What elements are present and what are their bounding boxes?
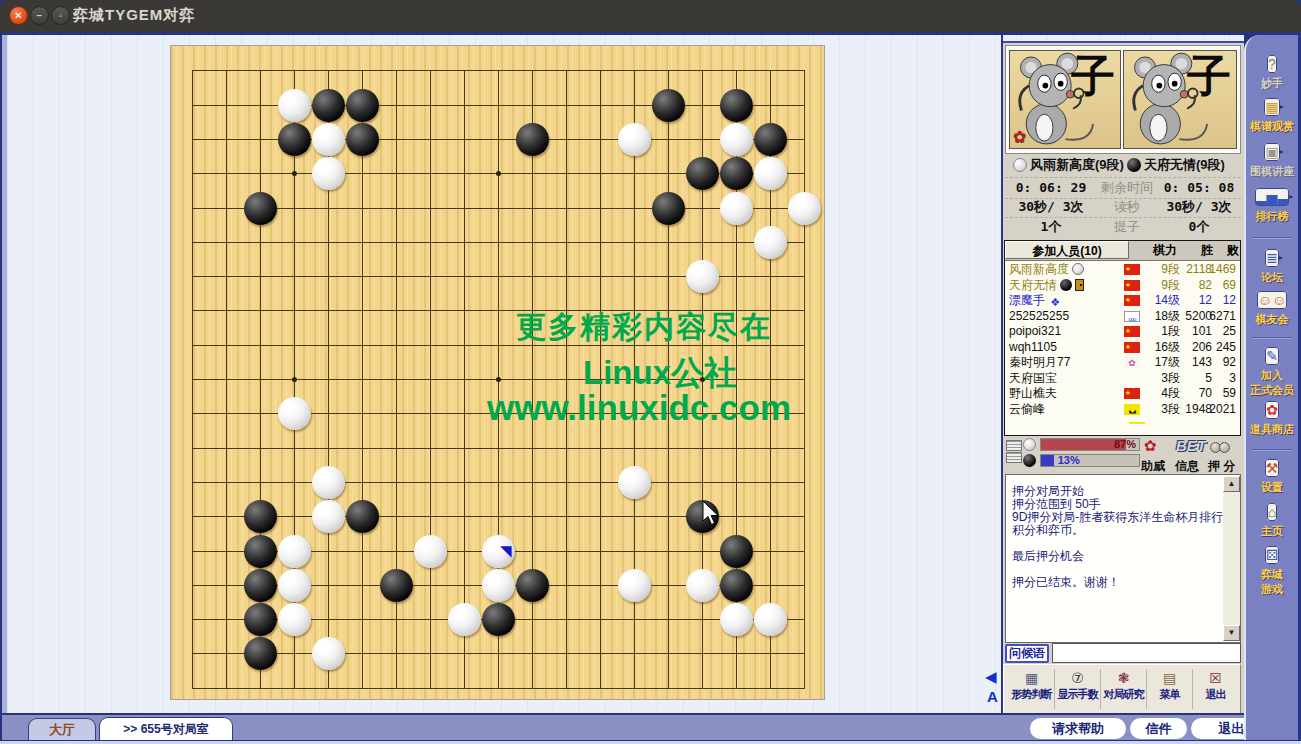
loss-column-header: 败 [1227, 241, 1239, 259]
black-stone [244, 535, 277, 568]
participant-wins: 206 [1192, 340, 1212, 355]
menu-button[interactable]: ▤ 菜单 [1147, 669, 1193, 709]
yicheng-youxi-icon: ⚄ [1265, 546, 1279, 564]
white-stone [754, 157, 787, 190]
sidebar-item-luntan[interactable]: ≣▸论坛 [1246, 247, 1298, 284]
game-research-button[interactable]: ❃ 对局研究 [1101, 669, 1147, 709]
flag-olympic-icon [1124, 311, 1140, 322]
white-stone [618, 569, 651, 602]
participant-rank: 4段 [1161, 386, 1180, 401]
participant-rank: 9段 [1161, 262, 1180, 277]
scroll-up-icon[interactable]: ▲ [1223, 476, 1240, 492]
sidebar-item-shezhi[interactable]: ⚒设置 [1246, 457, 1298, 494]
participant-wins: 101 [1192, 324, 1212, 339]
tab-lobby[interactable]: 大厅 [28, 718, 96, 740]
sidebar-item-weiqi-jiangzuo[interactable]: ▣▸围棋讲座 [1246, 141, 1298, 178]
participant-rank: 3段 [1161, 402, 1180, 417]
rose-icon: ✿ [1013, 127, 1026, 146]
white-stone [720, 192, 753, 225]
participant-losses: 69 [1223, 278, 1236, 293]
list-icon [1006, 440, 1022, 451]
participant-name: 风雨新高度 [1009, 262, 1084, 277]
white-stone-icon [1013, 158, 1027, 172]
window-bottom-strip [0, 740, 1301, 744]
black-stone [346, 89, 379, 122]
white-stone [448, 603, 481, 636]
participant-losses: 59 [1223, 386, 1236, 401]
black-stone [482, 603, 515, 636]
submenu-arrow-icon: ▸ [1280, 96, 1284, 118]
participant-losses: 12 [1223, 293, 1236, 308]
go-board[interactable]: ◥更多精彩内容尽在Linux公社www.linuxidc.com [170, 45, 825, 700]
bet-logo-icon[interactable]: BET [1176, 437, 1206, 454]
white-stone [788, 192, 821, 225]
grid-line-v [804, 70, 805, 688]
participant-wins: 5200 [1185, 309, 1212, 324]
weiqi-jiangzuo-icon: ▣▸ [1264, 143, 1279, 161]
participants-rows: 风雨新高度 9段 2118 1469 天府无情 9段 82 69 漂魔手 ❖ 1… [1005, 261, 1240, 434]
jiaru-huiyuan-icon: ✎ [1265, 347, 1279, 365]
white-stone [618, 466, 651, 499]
maximize-icon[interactable]: ▫ [51, 6, 70, 25]
participant-rank: 17级 [1155, 355, 1180, 370]
remaining-time-label: 剩余时间 [1097, 178, 1157, 198]
participant-losses: 2021 [1209, 402, 1236, 417]
white-captures: 1个 [1005, 217, 1097, 237]
cheer-button[interactable]: 助威 [1141, 458, 1165, 475]
tab-game-room[interactable]: >> 655号对局室 [99, 717, 233, 740]
black-stone [244, 603, 277, 636]
participant-losses: 1469 [1209, 262, 1236, 277]
black-stone [346, 500, 379, 533]
player-names-row: 风雨新高度(9段) 天府无情(9段) [1005, 156, 1241, 174]
star-point [292, 377, 297, 382]
participant-row[interactable]: wqh1105 16级 206 245 [1005, 340, 1240, 355]
miaoshou-icon: ? [1267, 55, 1277, 73]
participant-row[interactable]: 天府无情 9段 82 69 [1005, 278, 1240, 293]
black-player-avatar: 子 [1123, 50, 1237, 149]
chat-input[interactable] [1052, 643, 1241, 663]
white-stone [312, 500, 345, 533]
zhuye-icon: ⌂ [1267, 503, 1277, 521]
info-button[interactable]: 信息 [1175, 458, 1199, 475]
participant-losses: 3 [1229, 371, 1236, 386]
white-stone [278, 603, 311, 636]
black-stone [652, 192, 685, 225]
black-stone-icon [1127, 158, 1141, 172]
sidebar-item-paihangbang[interactable]: ▂▅▃▸排行榜 [1246, 186, 1298, 223]
footer-bar: 大厅 >> 655号对局室 请求帮助 信件 退出 [2, 713, 1297, 740]
greeting-button[interactable]: 问候语 [1005, 644, 1049, 663]
participant-row[interactable]: poipoi321 1段 101 25 [1005, 324, 1240, 339]
flag-flower-icon [1124, 357, 1140, 368]
white-stone [278, 397, 311, 430]
chat-messages: 押分对局开始押分范围到 50手9D押分对局-胜者获得东洋生命杯月排行积分和弈币。… [1012, 485, 1217, 589]
sidebar-item-yicheng-youxi[interactable]: ⚄弈城游戏 [1246, 544, 1298, 596]
black-stone [720, 535, 753, 568]
list-icon [1006, 452, 1022, 463]
black-byoyomi: 30秒/ 3次 [1157, 197, 1241, 217]
coin-icon[interactable] [1219, 442, 1230, 453]
chat-line: 积分和弈币。 [1012, 524, 1217, 537]
exit-room-button[interactable]: ☒ 退出 [1193, 669, 1238, 709]
participant-row[interactable]: 云偷峰 3段 1948 2021 [1005, 402, 1240, 417]
scrollbar-track[interactable] [1223, 492, 1240, 625]
participant-rank: 3段 [1161, 371, 1180, 386]
mail-button[interactable]: 信件 [1130, 718, 1187, 739]
participant-row[interactable]: 252525255 18级 5200 6271 [1005, 309, 1240, 324]
participant-row[interactable]: 漂魔手 ❖ 14级 12 12 [1005, 293, 1240, 308]
participant-row[interactable]: 秦时明月77 17级 143 92 [1005, 355, 1240, 370]
grid-line-h [192, 653, 805, 654]
show-move-count-icon: ⑦ [1055, 669, 1100, 687]
collapse-panel-control[interactable]: ◀ A [985, 668, 1001, 708]
exit-room-icon: ☒ [1193, 669, 1238, 687]
scroll-down-icon[interactable]: ▼ [1223, 625, 1240, 641]
grid-line-h [192, 688, 805, 689]
sidebar-item-qipu-guanshang[interactable]: ▦▸棋谱观赏 [1246, 96, 1298, 133]
white-stone-icon [1023, 438, 1036, 451]
sidebar-item-zhuye[interactable]: ⌂主页 [1246, 501, 1298, 538]
collapse-arrow-icon[interactable]: ◀ [985, 668, 997, 686]
participant-name: 野山樵夫 [1009, 386, 1057, 401]
participant-losses: 6271 [1209, 309, 1236, 324]
byoyomi-label: 读秒 [1097, 197, 1157, 217]
white-stone [312, 157, 345, 190]
participant-wins: 70 [1199, 386, 1212, 401]
white-stone [754, 226, 787, 259]
betting-panel: 87% 13% ✿ 助威 BET 信息 押 分 [1005, 438, 1241, 472]
submenu-arrow-icon: ▸ [1289, 186, 1293, 208]
menu-icon: ▤ [1147, 669, 1192, 687]
white-bet-percent: 87% [1114, 438, 1136, 451]
rank-column-header: 棋力 [1153, 241, 1177, 259]
black-bet-bar: 13% [1040, 454, 1140, 467]
black-stone [516, 123, 549, 156]
participant-name: 漂魔手 ❖ [1009, 293, 1060, 310]
white-stone [686, 260, 719, 293]
participant-wins: 1948 [1185, 402, 1212, 417]
flag-china-icon [1124, 280, 1140, 291]
participant-name: wqh1105 [1009, 340, 1057, 355]
white-stone [482, 569, 515, 602]
black-stone [720, 89, 753, 122]
white-stone [278, 569, 311, 602]
white-stone [278, 535, 311, 568]
participant-row[interactable]: 野山樵夫 4段 70 59 [1005, 386, 1240, 401]
captures-label: 提子 [1097, 217, 1157, 237]
daoju-shangdian-icon: ✿ [1265, 401, 1279, 419]
black-stone [720, 157, 753, 190]
title-bar: ✕ − ▫ 弈城TYGEM对弈 [0, 0, 1301, 32]
request-help-button[interactable]: 请求帮助 [1030, 718, 1126, 739]
black-stone [244, 637, 277, 670]
submenu-arrow-icon: ▸ [1280, 141, 1284, 163]
black-stone-icon [1023, 454, 1036, 467]
right-sidebar: ?妙手 ▦▸棋谱观赏 ▣▸围棋讲座 ▂▅▃▸排行榜 ≣▸论坛 ☺☺棋友会 ✎加入… [1244, 35, 1301, 740]
sidebar-item-miaoshou[interactable]: ?妙手 [1246, 53, 1298, 90]
star-point [496, 171, 501, 176]
sidebar-item-jiaru-huiyuan[interactable]: ✎加入正式会员 [1246, 345, 1298, 397]
star-point [292, 171, 297, 176]
white-stone [312, 466, 345, 499]
participant-losses: 92 [1223, 355, 1236, 370]
mouse-cursor [702, 500, 720, 526]
show-move-count-button[interactable]: ⑦ 显示手数 [1055, 669, 1101, 709]
star-point [496, 377, 501, 382]
participant-name: poipoi321 [1009, 324, 1061, 339]
sidebar-item-qiyouhui[interactable]: ☺☺棋友会 [1246, 289, 1298, 326]
black-player-name: 天府无情(9段) [1127, 156, 1225, 174]
black-bet-percent: 13% [1058, 454, 1080, 467]
black-stone [346, 123, 379, 156]
black-stone [652, 89, 685, 122]
situation-judge-icon: ▦ [1009, 669, 1054, 687]
participant-wins: 5 [1205, 371, 1212, 386]
tygem-go-client-window: ✕ − ▫ 弈城TYGEM对弈 ◥更多精彩内容尽在Linux公社www.linu… [0, 0, 1301, 744]
avatar-panel: 子 ✿ 子 [1005, 45, 1241, 154]
white-stone-icon [1072, 263, 1084, 275]
participant-rank: 1段 [1161, 324, 1180, 339]
participants-header: 参加人员(10) 棋力 胜 败 [1005, 241, 1240, 261]
submenu-arrow-icon: ▸ [1279, 247, 1283, 269]
sidebar-item-daoju-shangdian[interactable]: ✿道具商店 [1246, 399, 1298, 436]
chat-line: 押分已结束。谢谢！ [1012, 576, 1217, 589]
sidebar-separator [1252, 449, 1292, 451]
participant-rank: 18级 [1155, 309, 1180, 324]
black-stone [516, 569, 549, 602]
white-byoyomi: 30秒/ 3次 [1005, 197, 1097, 217]
participant-name: 天府无情 [1009, 278, 1084, 293]
game-info-panel: 子 ✿ 子 [1003, 41, 1244, 713]
white-player-name: 风雨新高度(9段) [1013, 156, 1124, 174]
paihangbang-icon: ▂▅▃▸ [1255, 188, 1289, 206]
white-stone [414, 535, 447, 568]
participant-name: 云偷峰 [1009, 402, 1045, 417]
qipu-guanshang-icon: ▦▸ [1264, 98, 1279, 116]
white-remaining-time: 0: 06: 29 [1005, 178, 1097, 198]
black-stone [312, 89, 345, 122]
situation-judge-button[interactable]: ▦ 形势判断 [1009, 669, 1055, 709]
participants-table: 参加人员(10) 棋力 胜 败 风雨新高度 9段 2118 1469 天府无情 … [1004, 240, 1241, 436]
chat-box[interactable]: 押分对局开始押分范围到 50手9D押分对局-胜者获得东洋生命杯月排行积分和弈币。… [1005, 474, 1241, 643]
participant-rank: 16级 [1155, 340, 1180, 355]
sidebar-separator [1252, 337, 1292, 339]
white-bet-bar: 87% [1040, 438, 1140, 451]
zodiac-rat-character: 子 [1071, 50, 1115, 106]
shezhi-icon: ⚒ [1265, 459, 1280, 477]
game-research-icon: ❃ [1101, 669, 1146, 687]
white-stone [720, 603, 753, 636]
flag-china-icon [1124, 388, 1140, 399]
participant-rank: 14级 [1155, 293, 1180, 308]
black-stone [244, 569, 277, 602]
cheer-rose-icon[interactable]: ✿ [1144, 437, 1157, 455]
participant-wins: 82 [1199, 278, 1212, 293]
participants-count-button[interactable]: 参加人员(10) [1005, 241, 1129, 259]
win-column-header: 胜 [1201, 241, 1213, 259]
participant-losses: 245 [1216, 340, 1236, 355]
black-stone [278, 123, 311, 156]
participant-wins: 12 [1199, 293, 1212, 308]
flag-china-icon [1124, 264, 1140, 275]
participant-name: 252525255 [1009, 309, 1069, 324]
collapse-letter[interactable]: A [987, 688, 998, 705]
white-player-avatar: 子 ✿ [1009, 50, 1121, 149]
black-remaining-time: 0: 05: 08 [1157, 178, 1241, 198]
participant-wins: 2118 [1186, 262, 1212, 277]
grid-line-h [192, 482, 805, 483]
close-icon[interactable]: ✕ [9, 6, 28, 25]
white-stone [312, 637, 345, 670]
luntan-icon: ≣▸ [1265, 249, 1279, 267]
chat-line: 最后押分机会 [1012, 550, 1217, 563]
black-stone [686, 157, 719, 190]
qiyouhui-icon: ☺☺ [1257, 291, 1288, 309]
bet-points-button[interactable]: 押 分 [1208, 458, 1235, 475]
black-stone [244, 192, 277, 225]
bottom-toolbar: ▦ 形势判断 ⑦ 显示手数 ❃ 对局研究 ▤ 菜单 ☒ 退出 [1003, 664, 1241, 714]
white-stone [754, 603, 787, 636]
white-stone [686, 569, 719, 602]
participant-row[interactable]: 天府国宝 3段 5 3 [1005, 371, 1240, 386]
grid-line-v [566, 70, 567, 688]
participant-row[interactable]: 风雨新高度 9段 2118 1469 [1005, 262, 1240, 277]
white-stone [720, 123, 753, 156]
flag-bat-icon [1124, 404, 1140, 415]
door-icon [1075, 279, 1084, 291]
watermark-line1: 更多精彩内容尽在 [516, 307, 772, 348]
participant-name: 秦时明月77 [1009, 355, 1070, 370]
black-captures: 0个 [1157, 217, 1241, 237]
participant-rank: 9段 [1161, 278, 1180, 293]
last-move-marker-icon: ◥ [500, 543, 512, 558]
window-title: 弈城TYGEM对弈 [73, 6, 195, 25]
white-stone [312, 123, 345, 156]
flag-china-icon [1124, 342, 1140, 353]
white-stone [618, 123, 651, 156]
black-stone-icon [1060, 279, 1072, 291]
grid-line-h [192, 448, 805, 449]
black-stone [244, 500, 277, 533]
flag-china-icon [1124, 295, 1140, 306]
participant-losses: 25 [1223, 324, 1236, 339]
white-stone [278, 89, 311, 122]
black-stone [380, 569, 413, 602]
black-stone [720, 569, 753, 602]
minimize-icon[interactable]: − [30, 6, 49, 25]
participant-name: 天府国宝 [1009, 371, 1057, 386]
sidebar-separator [1252, 237, 1292, 239]
partial-row-flag [1129, 422, 1145, 424]
flag-china-icon [1124, 326, 1140, 337]
watermark-line3: www.linuxidc.com [487, 388, 791, 428]
black-stone [754, 123, 787, 156]
participant-wins: 143 [1192, 355, 1212, 370]
zodiac-rat-character: 子 [1187, 50, 1231, 106]
timer-panel: 0: 06: 29 剩余时间 0: 05: 08 30秒/ 3次 读秒 30秒/… [1005, 177, 1241, 239]
